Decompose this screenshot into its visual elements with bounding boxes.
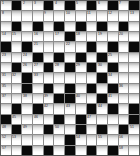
block-cell [97,22,107,31]
white-cell[interactable]: 49 [22,125,32,134]
white-cell[interactable]: 22 [65,42,75,51]
clue-number: 7 [119,1,121,4]
block-cell [129,115,139,124]
white-cell[interactable] [22,104,32,113]
clue-number: 52 [2,135,6,138]
white-cell[interactable] [108,32,118,41]
white-cell[interactable] [65,125,75,134]
clue-number: 51 [130,125,134,128]
block-cell [65,1,75,10]
white-cell[interactable] [44,135,54,144]
white-cell[interactable] [87,94,97,103]
white-cell[interactable] [129,63,139,72]
white-cell[interactable] [12,42,22,51]
clue-number: 26 [23,63,27,66]
white-cell[interactable] [129,135,139,144]
block-cell [119,22,129,31]
white-cell[interactable]: 52 [1,135,11,144]
white-cell[interactable] [22,115,32,124]
white-cell[interactable] [119,104,129,113]
block-cell [108,63,118,72]
white-cell[interactable] [97,115,107,124]
white-cell[interactable] [54,104,64,113]
block-cell [44,125,54,134]
block-cell [108,1,118,10]
block-cell [76,125,86,134]
block-cell [97,53,107,62]
white-cell[interactable] [54,146,64,155]
clue-number: 2 [23,1,25,4]
clue-number: 14 [2,32,6,35]
white-cell[interactable]: 27 [33,63,43,72]
white-cell[interactable]: 2 [22,1,32,10]
clue-number: 5 [76,1,78,4]
white-cell[interactable] [12,146,22,155]
block-cell [119,125,129,134]
white-cell[interactable]: 32 [12,73,22,82]
white-cell[interactable] [97,84,107,93]
clue-number: 8 [2,11,4,14]
block-cell [54,115,64,124]
white-cell[interactable]: 58 [119,146,129,155]
clue-number: 27 [34,63,38,66]
block-cell [65,135,75,144]
white-cell[interactable] [44,42,54,51]
white-cell[interactable] [44,53,54,62]
clue-number: 21 [34,42,38,45]
white-cell[interactable] [119,53,129,62]
clue-number: 31 [2,73,6,76]
block-cell [108,146,118,155]
white-cell[interactable]: 29 [76,63,86,72]
clue-number: 19 [98,32,102,35]
white-cell[interactable] [54,11,64,20]
block-cell [22,146,32,155]
white-cell[interactable]: 30 [97,63,107,72]
white-cell[interactable]: 50 [54,125,64,134]
white-cell[interactable] [33,146,43,155]
block-cell [129,42,139,51]
white-cell[interactable] [119,11,129,20]
white-cell[interactable] [33,94,43,103]
white-cell[interactable]: 39 [44,94,54,103]
block-cell [65,84,75,93]
white-cell[interactable] [129,53,139,62]
white-cell[interactable]: 41 [108,94,118,103]
white-cell[interactable]: 5 [76,1,86,10]
white-cell[interactable] [12,84,22,93]
white-cell[interactable]: 17 [54,32,64,41]
block-cell [87,42,97,51]
white-cell[interactable] [97,11,107,20]
block-cell [97,94,107,103]
block-cell [12,104,22,113]
block-cell [65,146,75,155]
clue-number: 9 [44,11,46,14]
white-cell[interactable] [22,135,32,144]
clue-number: 47 [87,115,91,118]
white-cell[interactable]: 12 [108,11,118,20]
white-cell[interactable] [65,115,75,124]
white-cell[interactable] [54,42,64,51]
block-cell [97,73,107,82]
white-cell[interactable] [129,84,139,93]
clue-number: 4 [55,1,57,4]
block-cell [33,53,43,62]
block-cell [54,94,64,103]
white-cell[interactable]: 43 [65,104,75,113]
block-cell [54,22,64,31]
white-cell[interactable] [54,73,64,82]
white-cell[interactable]: 28 [54,63,64,72]
white-cell[interactable] [97,146,107,155]
white-cell[interactable] [76,104,86,113]
block-cell [108,42,118,51]
white-cell[interactable]: 55 [97,135,107,144]
white-cell[interactable] [12,94,22,103]
white-cell[interactable]: 8 [1,11,11,20]
clue-number: 6 [98,1,100,4]
white-cell[interactable] [22,22,32,31]
white-cell[interactable]: 45 [12,115,22,124]
white-cell[interactable] [44,73,54,82]
block-cell [12,1,22,10]
white-cell[interactable]: 36 [119,84,129,93]
clue-number: 45 [12,115,16,118]
block-cell [44,63,54,72]
block-cell [65,94,75,103]
white-cell[interactable] [76,146,86,155]
clue-number: 53 [12,135,16,138]
white-cell[interactable] [119,63,129,72]
clue-number: 40 [76,94,80,97]
clue-number: 57 [2,146,6,149]
white-cell[interactable] [65,53,75,62]
white-cell[interactable] [12,53,22,62]
white-cell[interactable] [1,63,11,72]
white-cell[interactable] [87,135,97,144]
clue-number: 16 [34,32,38,35]
block-cell [108,104,118,113]
white-cell[interactable]: 48 [1,125,11,134]
block-cell [44,84,54,93]
white-cell[interactable] [76,42,86,51]
block-cell [22,73,32,82]
white-cell[interactable]: 14 [1,32,11,41]
white-cell[interactable] [54,84,64,93]
clue-number: 41 [108,94,112,97]
block-cell [76,22,86,31]
white-cell[interactable] [119,115,129,124]
clue-number: 11 [87,11,91,14]
white-cell[interactable] [1,22,11,31]
white-cell[interactable] [12,11,22,20]
white-cell[interactable]: 26 [22,63,32,72]
white-cell[interactable] [129,22,139,31]
clue-number: 48 [2,125,6,128]
white-cell[interactable]: 35 [1,84,11,93]
white-cell[interactable] [22,32,32,41]
block-cell [87,84,97,93]
block-cell [33,22,43,31]
white-cell[interactable] [65,22,75,31]
white-cell[interactable]: 56 [119,135,129,144]
white-cell[interactable]: 16 [33,32,43,41]
white-cell[interactable]: 3 [33,1,43,10]
clue-number: 54 [76,135,80,138]
white-cell[interactable] [33,84,43,93]
clue-number: 38 [23,94,27,97]
white-cell[interactable]: 10 [65,11,75,20]
clue-number: 3 [34,1,36,4]
white-cell[interactable] [1,104,11,113]
crossword-grid: 1234567891011121314151617181920212223242… [0,0,140,156]
white-cell[interactable]: 7 [119,1,129,10]
clue-number: 37 [2,94,6,97]
block-cell [129,1,139,10]
white-cell[interactable] [76,11,86,20]
clue-number: 22 [66,42,70,45]
white-cell[interactable]: 38 [22,94,32,103]
clue-number: 55 [98,135,102,138]
block-cell [76,53,86,62]
white-cell[interactable]: 24 [22,53,32,62]
white-cell[interactable]: 1 [1,1,11,10]
white-cell[interactable] [44,22,54,31]
clue-number: 32 [12,73,16,76]
clue-number: 10 [66,11,70,14]
clue-number: 12 [108,11,112,14]
clue-number: 56 [119,135,123,138]
white-cell[interactable]: 11 [87,11,97,20]
block-cell [44,146,54,155]
white-cell[interactable]: 4 [54,1,64,10]
block-cell [22,42,32,51]
white-cell[interactable] [87,73,97,82]
clue-number: 18 [76,32,80,35]
clue-number: 33 [34,73,38,76]
block-cell [87,1,97,10]
clue-number: 13 [130,11,134,14]
white-cell[interactable] [119,94,129,103]
white-cell[interactable]: 53 [12,135,22,144]
clue-number: 29 [76,63,80,66]
clue-number: 15 [12,32,16,35]
white-cell[interactable]: 42 [44,104,54,113]
clue-number: 30 [98,63,102,66]
white-cell[interactable] [33,135,43,144]
white-cell[interactable]: 40 [76,94,86,103]
white-cell[interactable]: 23 [1,53,11,62]
block-cell [1,42,11,51]
white-cell[interactable] [129,94,139,103]
clue-number: 46 [34,115,38,118]
block-cell [33,104,43,113]
clue-number: 25 [108,53,112,56]
white-cell[interactable] [129,146,139,155]
white-cell[interactable]: 57 [1,146,11,155]
white-cell[interactable]: 25 [108,53,118,62]
block-cell [97,125,107,134]
white-cell[interactable] [119,73,129,82]
block-cell [44,1,54,10]
block-cell [76,115,86,124]
block-cell [1,115,11,124]
white-cell[interactable] [22,11,32,20]
clue-number: 1 [2,1,4,4]
white-cell[interactable] [44,115,54,124]
white-cell[interactable]: 44 [97,104,107,113]
white-cell[interactable] [87,32,97,41]
clue-number: 42 [44,104,48,107]
clue-number: 24 [23,53,27,56]
white-cell[interactable]: 19 [97,32,107,41]
white-cell[interactable]: 34 [108,73,118,82]
clue-number: 50 [55,125,59,128]
white-cell[interactable]: 31 [1,73,11,82]
white-cell[interactable] [87,53,97,62]
clue-number: 44 [98,104,102,107]
block-cell [65,63,75,72]
block-cell [108,84,118,93]
white-cell[interactable] [87,125,97,134]
white-cell[interactable]: 33 [33,73,43,82]
white-cell[interactable]: 47 [87,115,97,124]
white-cell[interactable] [65,73,75,82]
clue-number: 39 [44,94,48,97]
block-cell [87,63,97,72]
block-cell [65,32,75,41]
white-cell[interactable]: 9 [44,11,54,20]
white-cell[interactable]: 13 [129,11,139,20]
white-cell[interactable] [44,32,54,41]
white-cell[interactable] [129,73,139,82]
white-cell[interactable]: 54 [76,135,86,144]
white-cell[interactable]: 37 [1,94,11,103]
white-cell[interactable] [87,22,97,31]
block-cell [54,53,64,62]
white-cell[interactable] [108,135,118,144]
white-cell[interactable] [108,115,118,124]
clue-number: 23 [2,53,6,56]
block-cell [12,22,22,31]
white-cell[interactable] [54,135,64,144]
block-cell [12,125,22,134]
white-cell[interactable] [108,125,118,134]
clue-number: 58 [119,146,123,149]
clue-number: 43 [66,104,70,107]
block-cell [87,146,97,155]
block-cell [12,63,22,72]
white-cell[interactable]: 15 [12,32,22,41]
white-cell[interactable]: 18 [76,32,86,41]
white-cell[interactable] [33,125,43,134]
clue-number: 36 [119,84,123,87]
white-cell[interactable] [119,42,129,51]
white-cell[interactable]: 46 [33,115,43,124]
block-cell [87,104,97,113]
clue-number: 35 [2,84,6,87]
white-cell[interactable] [97,42,107,51]
white-cell[interactable] [129,32,139,41]
white-cell[interactable] [76,84,86,93]
white-cell[interactable] [76,73,86,82]
clue-number: 34 [108,73,112,76]
white-cell[interactable]: 51 [129,125,139,134]
clue-number: 17 [55,32,59,35]
clue-number: 49 [23,125,27,128]
white-cell[interactable]: 6 [97,1,107,10]
white-cell[interactable]: 20 [119,32,129,41]
block-cell [129,104,139,113]
white-cell[interactable] [33,11,43,20]
clue-number: 20 [119,32,123,35]
white-cell[interactable] [108,22,118,31]
clue-number: 28 [55,63,59,66]
block-cell [22,84,32,93]
white-cell[interactable]: 21 [33,42,43,51]
